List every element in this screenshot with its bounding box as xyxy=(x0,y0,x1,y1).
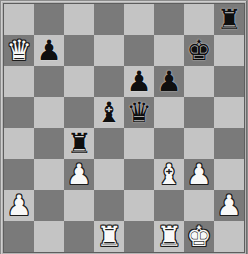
square-h4[interactable] xyxy=(214,128,244,159)
square-d2[interactable] xyxy=(94,190,124,221)
square-g4[interactable] xyxy=(184,128,214,159)
square-g6[interactable] xyxy=(184,66,214,97)
square-d4[interactable] xyxy=(94,128,124,159)
square-g2[interactable] xyxy=(184,190,214,221)
square-a7[interactable]: ♛ xyxy=(4,35,34,66)
square-f5[interactable] xyxy=(154,97,184,128)
square-h2[interactable]: ♟ xyxy=(214,190,244,221)
square-f6[interactable]: ♟ xyxy=(154,66,184,97)
square-f1[interactable]: ♜ xyxy=(154,221,184,252)
square-b4[interactable] xyxy=(34,128,64,159)
piece-white-rook[interactable]: ♜ xyxy=(156,223,181,251)
chess-board-frame: ♜♛♟♚♟♟♝♛♜♟♝♟♟♟♜♜♚ xyxy=(0,0,248,254)
square-h8[interactable]: ♜ xyxy=(214,4,244,35)
piece-white-queen[interactable]: ♛ xyxy=(6,37,31,65)
square-c4[interactable]: ♜ xyxy=(64,128,94,159)
piece-black-king[interactable]: ♚ xyxy=(186,37,211,65)
piece-black-rook[interactable]: ♜ xyxy=(66,130,91,158)
square-f7[interactable] xyxy=(154,35,184,66)
piece-white-pawn[interactable]: ♟ xyxy=(66,161,91,189)
square-a3[interactable] xyxy=(4,159,34,190)
piece-white-pawn[interactable]: ♟ xyxy=(186,161,211,189)
square-d6[interactable] xyxy=(94,66,124,97)
square-e3[interactable] xyxy=(124,159,154,190)
square-h1[interactable] xyxy=(214,221,244,252)
square-c1[interactable] xyxy=(64,221,94,252)
square-b5[interactable] xyxy=(34,97,64,128)
square-a5[interactable] xyxy=(4,97,34,128)
chess-board: ♜♛♟♚♟♟♝♛♜♟♝♟♟♟♜♜♚ xyxy=(4,4,244,252)
square-b1[interactable] xyxy=(34,221,64,252)
piece-black-bishop[interactable]: ♝ xyxy=(96,99,121,127)
square-c7[interactable] xyxy=(64,35,94,66)
piece-white-king[interactable]: ♚ xyxy=(186,223,211,251)
square-c8[interactable] xyxy=(64,4,94,35)
square-e5[interactable]: ♛ xyxy=(124,97,154,128)
square-h7[interactable] xyxy=(214,35,244,66)
piece-black-pawn[interactable]: ♟ xyxy=(156,68,181,96)
square-b8[interactable] xyxy=(34,4,64,35)
piece-white-pawn[interactable]: ♟ xyxy=(216,192,241,220)
square-e6[interactable]: ♟ xyxy=(124,66,154,97)
square-e8[interactable] xyxy=(124,4,154,35)
piece-black-pawn[interactable]: ♟ xyxy=(36,37,61,65)
piece-black-rook[interactable]: ♜ xyxy=(216,6,241,34)
square-b7[interactable]: ♟ xyxy=(34,35,64,66)
square-c2[interactable] xyxy=(64,190,94,221)
square-f3[interactable]: ♝ xyxy=(154,159,184,190)
square-a4[interactable] xyxy=(4,128,34,159)
square-g5[interactable] xyxy=(184,97,214,128)
square-f2[interactable] xyxy=(154,190,184,221)
square-c3[interactable]: ♟ xyxy=(64,159,94,190)
square-c6[interactable] xyxy=(64,66,94,97)
square-a6[interactable] xyxy=(4,66,34,97)
square-d7[interactable] xyxy=(94,35,124,66)
piece-white-rook[interactable]: ♜ xyxy=(96,223,121,251)
square-b3[interactable] xyxy=(34,159,64,190)
square-b2[interactable] xyxy=(34,190,64,221)
square-g1[interactable]: ♚ xyxy=(184,221,214,252)
square-e1[interactable] xyxy=(124,221,154,252)
square-b6[interactable] xyxy=(34,66,64,97)
square-a2[interactable]: ♟ xyxy=(4,190,34,221)
square-f4[interactable] xyxy=(154,128,184,159)
square-d3[interactable] xyxy=(94,159,124,190)
square-h6[interactable] xyxy=(214,66,244,97)
piece-white-bishop[interactable]: ♝ xyxy=(156,161,181,189)
square-h3[interactable] xyxy=(214,159,244,190)
square-f8[interactable] xyxy=(154,4,184,35)
square-e2[interactable] xyxy=(124,190,154,221)
piece-black-queen[interactable]: ♛ xyxy=(126,99,151,127)
piece-black-pawn[interactable]: ♟ xyxy=(126,68,151,96)
square-a8[interactable] xyxy=(4,4,34,35)
square-h5[interactable] xyxy=(214,97,244,128)
square-d1[interactable]: ♜ xyxy=(94,221,124,252)
square-g8[interactable] xyxy=(184,4,214,35)
square-e7[interactable] xyxy=(124,35,154,66)
square-c5[interactable] xyxy=(64,97,94,128)
square-g7[interactable]: ♚ xyxy=(184,35,214,66)
piece-white-pawn[interactable]: ♟ xyxy=(6,192,31,220)
square-d5[interactable]: ♝ xyxy=(94,97,124,128)
square-g3[interactable]: ♟ xyxy=(184,159,214,190)
square-d8[interactable] xyxy=(94,4,124,35)
square-e4[interactable] xyxy=(124,128,154,159)
square-a1[interactable] xyxy=(4,221,34,252)
